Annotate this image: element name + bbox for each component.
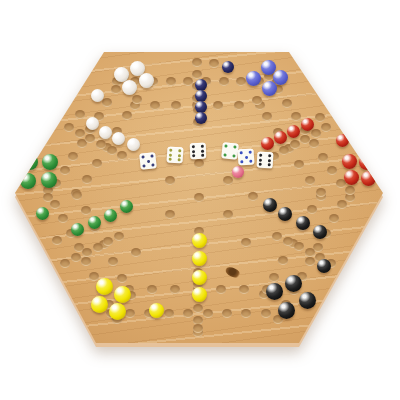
die-pip [192, 145, 195, 148]
marble-green[interactable] [20, 173, 36, 189]
hole[interactable] [43, 193, 53, 202]
die-pip [244, 155, 247, 158]
hole[interactable] [71, 253, 81, 262]
marble-red[interactable] [301, 118, 314, 131]
hole[interactable] [108, 257, 118, 266]
die-pip [249, 151, 252, 154]
hole[interactable] [102, 98, 112, 107]
die-pip [240, 151, 243, 154]
die-pip [201, 149, 204, 152]
hole[interactable] [125, 309, 135, 318]
die-pip [146, 159, 149, 162]
hole[interactable] [75, 110, 85, 119]
hole[interactable] [50, 200, 60, 209]
marble-white[interactable] [122, 80, 137, 95]
die-showing-5[interactable] [237, 148, 254, 165]
marble-red[interactable] [261, 137, 274, 150]
die-pip [232, 154, 235, 157]
hole[interactable] [327, 166, 337, 175]
marble-yellow[interactable] [109, 303, 126, 320]
hole[interactable] [75, 129, 85, 138]
hole[interactable] [282, 99, 292, 108]
marble-black[interactable] [296, 216, 310, 230]
die-pip [268, 154, 271, 157]
hole[interactable] [305, 257, 315, 266]
hole[interactable] [219, 77, 229, 86]
die-pip [249, 160, 252, 163]
marble-blue[interactable] [261, 60, 276, 75]
die-pip [192, 154, 195, 157]
hole[interactable] [60, 166, 70, 175]
hole[interactable] [164, 309, 174, 318]
marble-red[interactable] [342, 154, 357, 169]
marble-black[interactable] [285, 275, 302, 292]
hole[interactable] [209, 59, 219, 68]
die-pip [178, 154, 181, 157]
marble-blue[interactable] [262, 81, 277, 96]
marble-blue[interactable] [195, 112, 207, 124]
marble-green[interactable] [41, 172, 57, 188]
hole[interactable] [183, 309, 193, 318]
hole[interactable] [131, 248, 141, 257]
hole[interactable] [60, 259, 70, 268]
hole[interactable] [117, 151, 127, 160]
hole[interactable] [166, 77, 176, 86]
hole[interactable] [262, 112, 272, 121]
marble-black[interactable] [266, 283, 283, 300]
hole[interactable] [222, 309, 232, 318]
die-showing-6[interactable] [257, 152, 274, 169]
hole[interactable] [239, 285, 249, 294]
marble-red[interactable] [336, 134, 349, 147]
marble-black[interactable] [299, 292, 316, 309]
hole[interactable] [329, 214, 339, 223]
hole[interactable] [81, 257, 91, 266]
marble-yellow[interactable] [149, 303, 164, 318]
die-showing-4[interactable] [221, 142, 239, 160]
die-pip [259, 158, 262, 161]
hole[interactable] [241, 309, 251, 318]
hole[interactable] [203, 309, 213, 318]
hole[interactable] [58, 214, 68, 223]
hole[interactable] [68, 152, 78, 161]
hole[interactable] [213, 101, 223, 110]
hole[interactable] [171, 101, 181, 110]
hole[interactable] [318, 153, 328, 162]
marble-green[interactable] [88, 216, 101, 229]
marble-green[interactable] [104, 209, 117, 222]
hole[interactable] [294, 160, 304, 169]
marble-black[interactable] [278, 302, 295, 319]
hole[interactable] [300, 135, 310, 144]
hole[interactable] [117, 274, 127, 283]
marble-red[interactable] [359, 155, 374, 170]
marble-yellow[interactable] [114, 286, 131, 303]
hole[interactable] [92, 159, 102, 168]
hole[interactable] [82, 248, 92, 257]
hole[interactable] [132, 95, 142, 104]
hole[interactable] [103, 237, 113, 246]
hole[interactable] [236, 77, 246, 86]
hole[interactable] [337, 200, 347, 209]
aggravation-board [0, 0, 400, 400]
wood-knot [224, 265, 242, 280]
hole[interactable] [107, 146, 117, 155]
marble-white[interactable] [91, 89, 104, 102]
die-pip [192, 150, 195, 153]
die-pip [268, 163, 271, 166]
hole[interactable] [165, 176, 175, 185]
hole[interactable] [85, 134, 95, 143]
marble-green[interactable] [42, 154, 58, 170]
marble-white[interactable] [139, 73, 154, 88]
die-showing-6[interactable] [190, 143, 207, 160]
hole[interactable] [192, 58, 202, 67]
marble-yellow[interactable] [192, 270, 207, 285]
marble-red[interactable] [287, 125, 300, 138]
die-pip [150, 154, 153, 157]
die-pip [169, 153, 172, 156]
hole[interactable] [261, 309, 271, 318]
die-pip [259, 154, 262, 157]
marble-green[interactable] [22, 154, 38, 170]
marble-green[interactable] [36, 207, 49, 220]
hole[interactable] [290, 140, 300, 149]
hole[interactable] [311, 129, 321, 138]
hole[interactable] [72, 191, 82, 200]
hole[interactable] [279, 146, 289, 155]
hole[interactable] [272, 232, 282, 241]
hole[interactable] [111, 85, 121, 94]
die-pip [268, 159, 271, 162]
marble-black[interactable] [317, 259, 331, 273]
hole[interactable] [52, 236, 62, 245]
marble-white[interactable] [86, 117, 99, 130]
hole[interactable] [193, 324, 203, 333]
die-pip [201, 154, 204, 157]
marble-white[interactable] [112, 132, 125, 145]
marble-black[interactable] [263, 198, 277, 212]
marble-red[interactable] [344, 170, 359, 185]
hole[interactable] [315, 113, 325, 122]
hole[interactable] [307, 205, 317, 214]
hole[interactable] [147, 285, 157, 294]
die-pip [201, 145, 204, 148]
hole[interactable] [122, 111, 132, 120]
marble-blue[interactable] [222, 61, 234, 73]
hole[interactable] [223, 210, 233, 219]
die-pip [223, 153, 226, 156]
hole[interactable] [194, 193, 204, 202]
board-wrapper [0, 0, 400, 400]
marble-red[interactable] [361, 171, 376, 186]
hole[interactable] [278, 256, 288, 265]
die-pip [178, 149, 181, 152]
die-pip [169, 149, 172, 152]
hole[interactable] [93, 243, 103, 252]
hole[interactable] [223, 176, 233, 185]
hole[interactable] [252, 96, 262, 105]
hole[interactable] [241, 238, 251, 247]
hole[interactable] [64, 123, 74, 132]
marble-green[interactable] [71, 223, 84, 236]
hole[interactable] [150, 101, 160, 110]
hole[interactable] [82, 175, 92, 184]
hole[interactable] [305, 176, 315, 185]
marble-blue[interactable] [246, 71, 261, 86]
hole[interactable] [345, 186, 355, 195]
marble-red[interactable] [274, 131, 287, 144]
die-showing-5[interactable] [139, 152, 157, 170]
die-pip [259, 163, 262, 166]
die-pip [178, 158, 181, 161]
marble-pink-center[interactable] [232, 166, 244, 178]
marble-yellow[interactable] [91, 296, 108, 313]
marble-yellow[interactable] [192, 287, 207, 302]
die-pip [151, 163, 154, 166]
die-pip [240, 160, 243, 163]
die-pip [233, 145, 236, 148]
die-showing-6[interactable] [166, 146, 183, 163]
hole[interactable] [294, 242, 304, 251]
die-pip [224, 144, 227, 147]
hole[interactable] [234, 101, 244, 110]
marble-white[interactable] [99, 126, 112, 139]
marble-yellow[interactable] [192, 251, 207, 266]
hole[interactable] [81, 206, 91, 215]
die-pip [142, 164, 145, 167]
hole[interactable] [216, 285, 226, 294]
marble-white[interactable] [114, 67, 129, 82]
hole[interactable] [165, 210, 175, 219]
hole[interactable] [248, 192, 258, 201]
hole[interactable] [321, 123, 331, 132]
die-pip [169, 158, 172, 161]
hole[interactable] [114, 232, 124, 241]
hole[interactable] [170, 285, 180, 294]
marble-yellow[interactable] [192, 233, 207, 248]
hole[interactable] [305, 248, 315, 257]
hole[interactable] [89, 272, 99, 281]
board-photo [0, 0, 400, 400]
marble-white[interactable] [127, 138, 140, 151]
hole[interactable] [291, 112, 301, 121]
marble-yellow[interactable] [96, 278, 113, 295]
hole[interactable] [269, 273, 279, 282]
hole[interactable] [193, 304, 203, 313]
marble-green[interactable] [120, 200, 133, 213]
hole[interactable] [194, 159, 204, 168]
marble-black[interactable] [278, 207, 292, 221]
die-pip [141, 155, 144, 158]
hole[interactable] [309, 139, 319, 148]
marble-black[interactable] [313, 225, 327, 239]
